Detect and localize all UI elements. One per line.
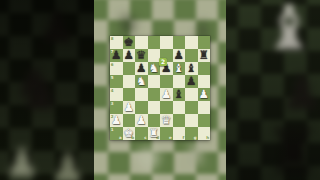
- white-rook-d1: ♜: [148, 127, 161, 140]
- white-queen-e2: ♛: [160, 114, 173, 127]
- file-label: a: [119, 136, 122, 140]
- white-pawn-c2: ♟: [135, 114, 148, 127]
- file-label: h: [206, 136, 209, 140]
- square-f4: ♝: [173, 88, 186, 101]
- file-label: c: [144, 136, 146, 140]
- move-number-badge: 2: [159, 58, 167, 66]
- rank-label: 6: [111, 63, 114, 67]
- square-c5: ♞: [135, 75, 148, 88]
- square-g3: [185, 101, 198, 114]
- square-a6: 6: [110, 62, 123, 75]
- black-pawn-b7: ♟: [123, 49, 136, 62]
- square-d5: [148, 75, 161, 88]
- blurred-piece-shadow: ♟: [194, 18, 212, 38]
- white-pawn-b3: ♟: [123, 101, 136, 114]
- background-blur-left: ♟♞♟♟: [0, 0, 94, 180]
- square-g1: g: [185, 127, 198, 140]
- white-knight-c5: ♞: [135, 75, 148, 88]
- white-bishop-f6: ♝: [173, 62, 186, 75]
- square-a7: 7♟: [110, 49, 123, 62]
- blurred-piece-shadow: ♛: [116, 11, 139, 37]
- rank-label: 8: [111, 37, 114, 41]
- square-e8: [160, 36, 173, 49]
- square-d4: [148, 88, 161, 101]
- square-b6: [123, 62, 136, 75]
- square-e4: ♟: [160, 88, 173, 101]
- square-a5: 5: [110, 75, 123, 88]
- white-pawn-e4: ♟: [160, 88, 173, 101]
- square-d3: [148, 101, 161, 114]
- square-h6: [198, 62, 211, 75]
- square-f6: ♝: [173, 62, 186, 75]
- square-e1: e: [160, 127, 173, 140]
- black-bishop-f4: ♝: [173, 88, 186, 101]
- file-label: f: [182, 136, 184, 140]
- square-f2: [173, 114, 186, 127]
- square-c1: c: [135, 127, 148, 140]
- chess-board: 8♚7♟♟♛♟♜6♟♞♟♝♝5♞♟4♟♝♟3♟2♟♟♛1ab♚cd♜efgh: [110, 36, 210, 140]
- square-h4: ♟: [198, 88, 211, 101]
- square-b5: [123, 75, 136, 88]
- square-a2: 2♟: [110, 114, 123, 127]
- vignette-overlay: [0, 0, 94, 180]
- square-h1: h: [198, 127, 211, 140]
- rank-label: 4: [111, 89, 114, 93]
- square-g5: ♟: [185, 75, 198, 88]
- square-h3: [198, 101, 211, 114]
- square-d8: [148, 36, 161, 49]
- white-pawn-a2: ♟: [110, 114, 123, 127]
- vignette-overlay: [226, 0, 320, 180]
- square-a4: 4: [110, 88, 123, 101]
- black-rook-h7: ♜: [198, 49, 211, 62]
- white-king-b1: ♚: [123, 127, 136, 140]
- rank-label: 3: [111, 102, 114, 106]
- white-pawn-h4: ♟: [198, 88, 211, 101]
- black-pawn-g5: ♟: [185, 75, 198, 88]
- square-h7: ♜: [198, 49, 211, 62]
- square-g4: [185, 88, 198, 101]
- rank-label: 1: [111, 128, 114, 132]
- square-h2: [198, 114, 211, 127]
- square-g8: [185, 36, 198, 49]
- blurred-white-king-shadow: ♚: [133, 141, 163, 175]
- square-f3: [173, 101, 186, 114]
- square-c4: [135, 88, 148, 101]
- square-a1: 1a: [110, 127, 123, 140]
- square-b1: b♚: [123, 127, 136, 140]
- square-b3: ♟: [123, 101, 136, 114]
- background-blur-right: ♝♟♜: [226, 0, 320, 180]
- rank-label: 5: [111, 76, 114, 80]
- square-e2: ♛: [160, 114, 173, 127]
- square-c2: ♟: [135, 114, 148, 127]
- black-pawn-a7: ♟: [110, 49, 123, 62]
- file-label: g: [194, 136, 197, 140]
- square-b7: ♟: [123, 49, 136, 62]
- file-label: e: [169, 136, 172, 140]
- blurred-white-rook-shadow: ♜: [183, 140, 210, 170]
- square-d1: d♜: [148, 127, 161, 140]
- square-g2: [185, 114, 198, 127]
- square-f1: f: [173, 127, 186, 140]
- video-frame[interactable]: ♟♞♟♟ ♛♟♚♜ ♝♟♜ 8♚7♟♟♛♟♜6♟♞♟♝♝5♞♟4♟♝♟3♟2♟♟…: [0, 0, 320, 180]
